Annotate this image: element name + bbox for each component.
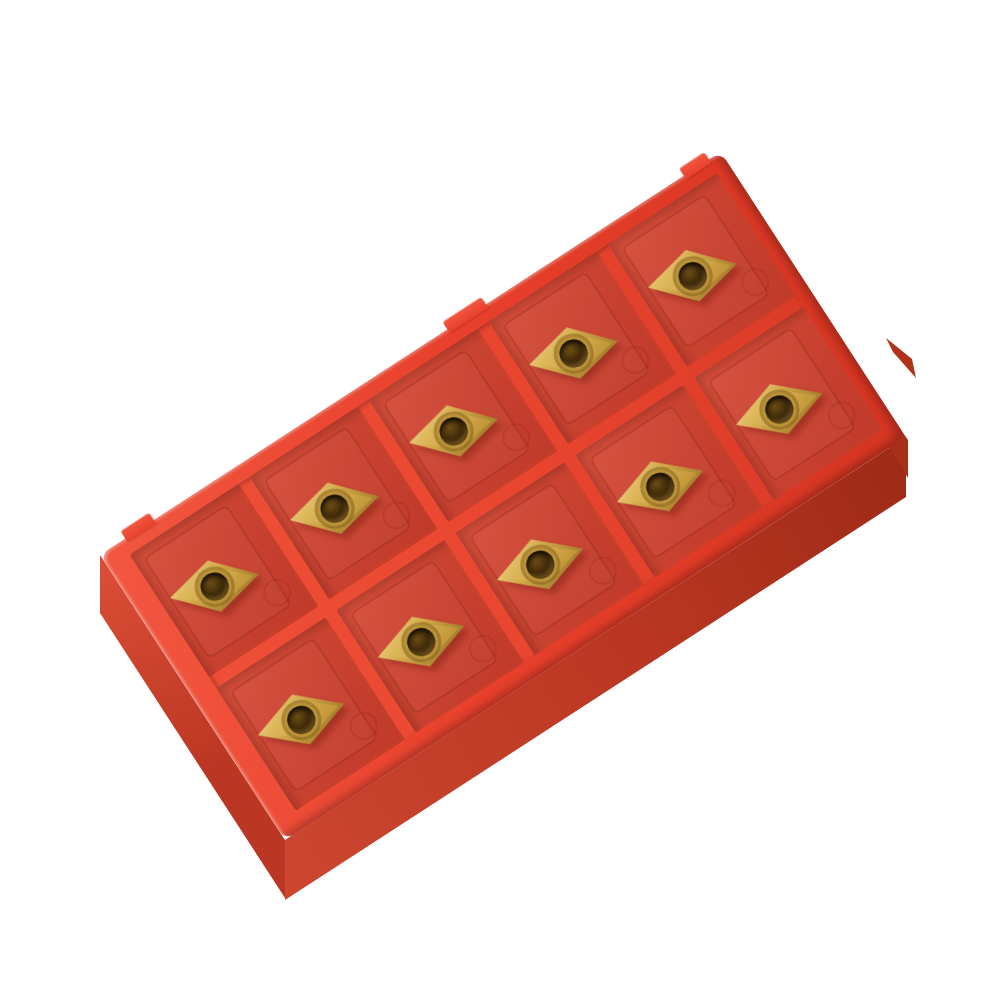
carbide-insert: [642, 238, 745, 313]
carbide-insert: [488, 524, 593, 605]
carbide-insert: [522, 316, 625, 391]
carbide-insert: [163, 549, 266, 624]
product-photo: [0, 0, 1001, 1001]
carbide-insert: [249, 679, 354, 760]
carbide-insert: [283, 471, 386, 546]
carbide-insert: [727, 368, 832, 449]
carbide-insert: [608, 446, 713, 527]
carbide-insert: [368, 601, 473, 682]
carbide-insert: [402, 393, 505, 468]
right-latch-nub: [886, 338, 916, 378]
